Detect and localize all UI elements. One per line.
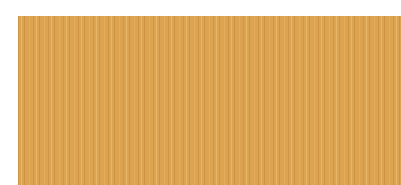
row-coordinates-strip	[0, 16, 18, 185]
column-coordinates-strip	[0, 0, 401, 16]
board-intersections-grid	[20, 22, 398, 185]
go-board-screenshot	[0, 0, 401, 185]
